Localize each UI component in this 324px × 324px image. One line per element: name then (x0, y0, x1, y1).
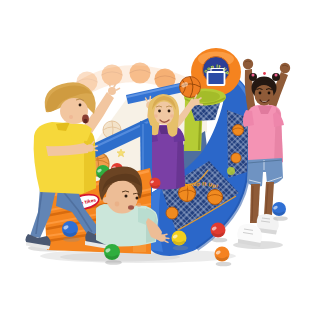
ball-shadow (63, 237, 80, 242)
play-ball (150, 178, 161, 189)
ball-shadow (173, 246, 189, 251)
ball-shadow (105, 260, 122, 265)
ball-shadow (216, 262, 232, 267)
basketball (180, 77, 201, 98)
ball-shadow (273, 216, 288, 221)
play-ball (215, 247, 232, 267)
ball-shadow (212, 238, 228, 243)
product-photo: Hoop It Up! Hoop It Up! (0, 0, 324, 324)
basketball-on-rim (180, 77, 201, 98)
motion-ghost-ball (130, 63, 151, 84)
scene-svg: Hoop It Up! Hoop It Up! (0, 0, 324, 324)
target-square (208, 72, 225, 85)
motion-ghost-ball (102, 65, 123, 86)
play-ball (272, 202, 288, 221)
